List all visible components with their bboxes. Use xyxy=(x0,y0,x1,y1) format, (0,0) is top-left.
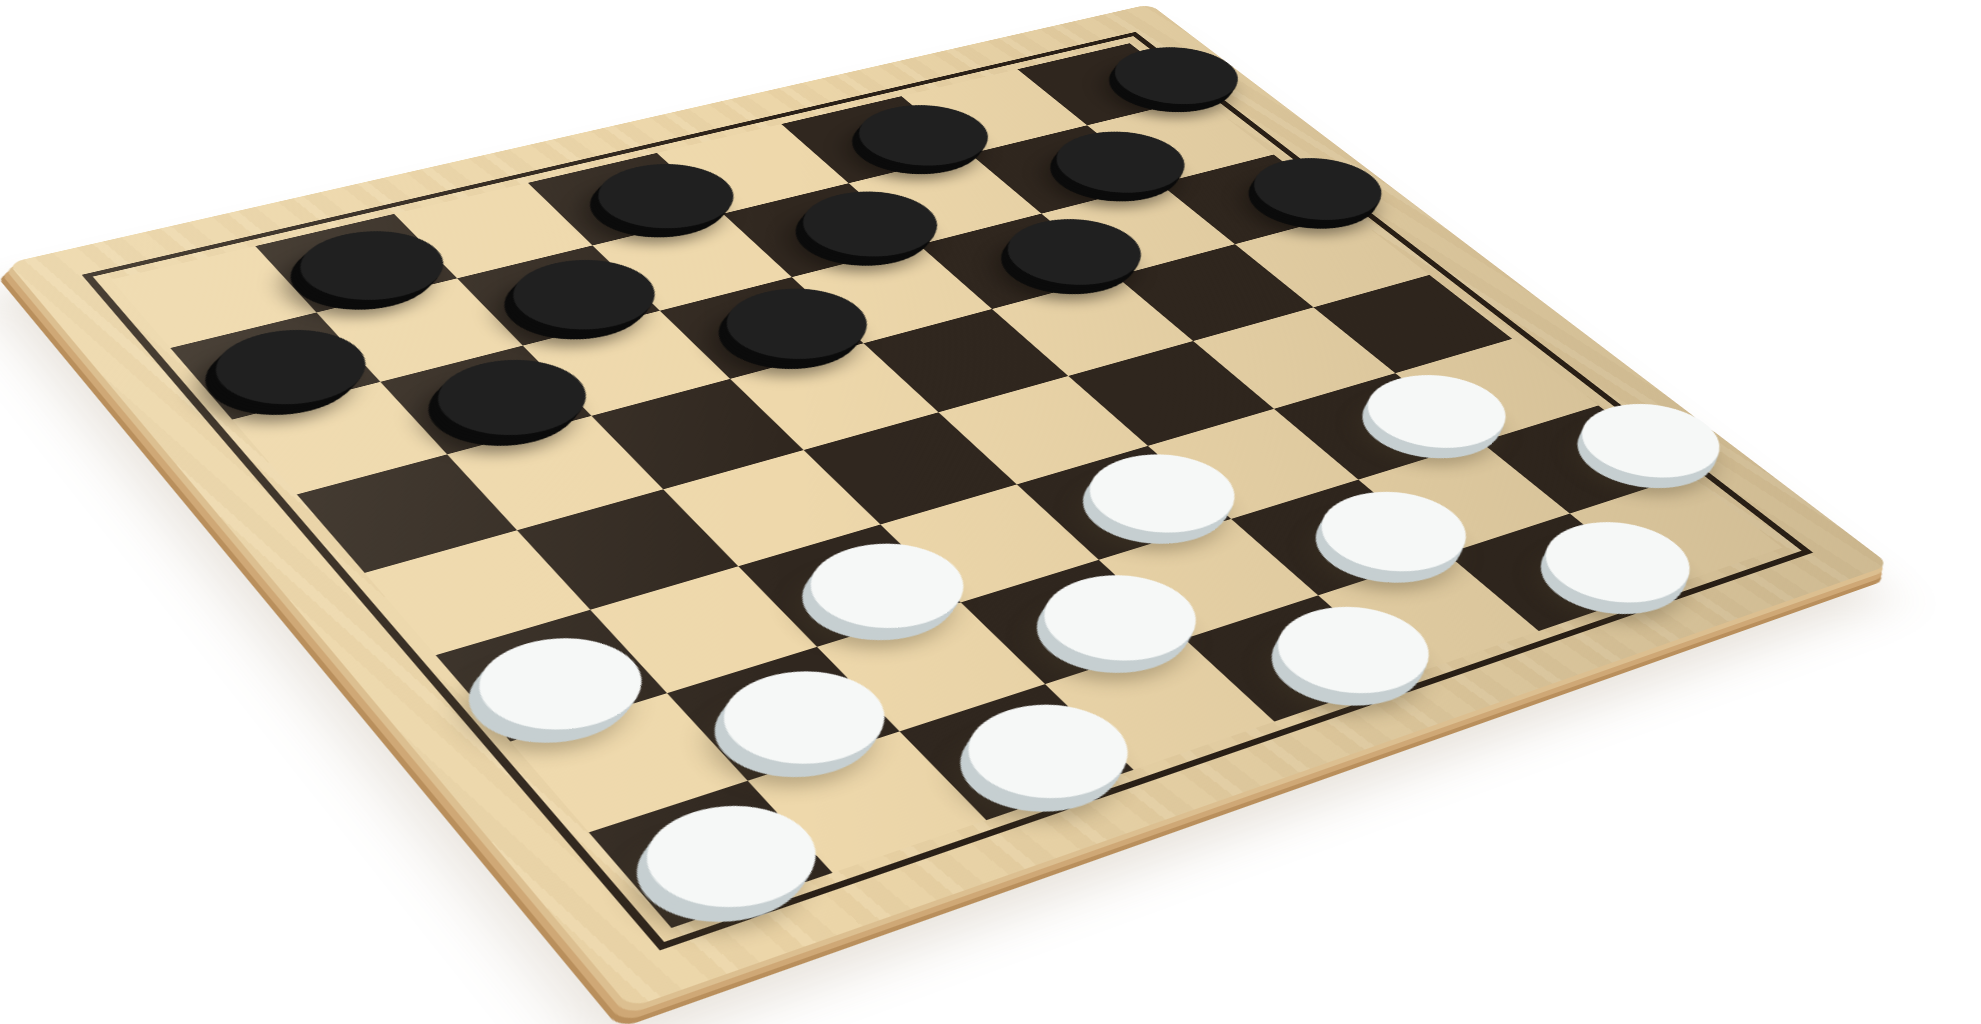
photo-scene: ●●●●●●●●●●●●●●●●●●●●●●●● xyxy=(0,0,1981,1024)
checkers-board: ●●●●●●●●●●●●●●●●●●●●●●●● xyxy=(8,4,1890,1008)
playing-grid xyxy=(111,43,1782,928)
